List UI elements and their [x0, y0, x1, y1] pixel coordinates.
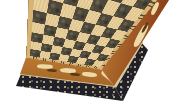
leaf-inlay-dark — [47, 68, 57, 72]
leaf-inlay — [82, 71, 98, 79]
board-photo — [0, 0, 175, 105]
leaf-inlay-dark — [70, 72, 80, 77]
